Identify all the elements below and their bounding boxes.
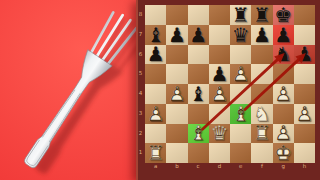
black-knight-g6: ♞: [273, 45, 294, 65]
square-c8: [188, 5, 209, 25]
black-pawn-b7: ♟: [166, 25, 187, 45]
black-rook-e8: ♜: [230, 5, 251, 25]
white-bishop-e3: ♝♗: [230, 104, 251, 124]
white-pawn-g4: ♟♙: [273, 84, 294, 104]
square-e3: ♝♗: [230, 104, 251, 124]
square-d4: ♟♙: [209, 84, 230, 104]
square-e2: [230, 124, 251, 144]
black-pawn-h6: ♟: [294, 45, 315, 65]
white-king-g1: ♚♔: [273, 143, 294, 163]
white-pawn-e5: ♟♙: [230, 64, 251, 84]
square-e8: ♜: [230, 5, 251, 25]
square-b7: ♟: [166, 25, 187, 45]
square-g1: ♚♔: [273, 143, 294, 163]
white-bishop-c2: ♝♗: [188, 124, 209, 144]
square-b3: [166, 104, 187, 124]
square-e1: [230, 143, 251, 163]
file-label-e: e: [230, 164, 251, 171]
black-rook-f8: ♜: [251, 5, 272, 25]
square-e7: ♛: [230, 25, 251, 45]
black-bishop-c4: ♝: [188, 84, 209, 104]
white-pawn-a3: ♟♙: [145, 104, 166, 124]
white-rook-f2: ♜♖: [251, 124, 272, 144]
rank-label-6: 6: [137, 45, 144, 65]
square-b6: [166, 45, 187, 65]
square-h4: [294, 84, 315, 104]
board-grid: ♜♜♚♝♟♟♛♟♟♟♞♟♟♟♙♟♙♝♟♙♟♙♟♙♝♗♞♘♟♙♝♗♛♕♜♖♟♙♜♖…: [145, 5, 315, 163]
white-pawn-h3: ♟♙: [294, 104, 315, 124]
square-c2: ♝♗: [188, 124, 209, 144]
square-d7: [209, 25, 230, 45]
square-f4: [251, 84, 272, 104]
black-pawn-f7: ♟: [251, 25, 272, 45]
black-pawn-c7: ♟: [188, 25, 209, 45]
file-label-a: a: [145, 164, 166, 171]
black-pawn-a6: ♟: [145, 45, 166, 65]
square-f7: ♟: [251, 25, 272, 45]
white-pawn-b4: ♟♙: [166, 84, 187, 104]
square-d2: ♛♕: [209, 124, 230, 144]
square-c1: [188, 143, 209, 163]
rank-label-3: 3: [137, 104, 144, 124]
black-queen-e7: ♛: [230, 25, 251, 45]
square-a8: [145, 5, 166, 25]
square-a1: ♜♖: [145, 143, 166, 163]
square-b4: ♟♙: [166, 84, 187, 104]
square-c7: ♟: [188, 25, 209, 45]
fork-shadow: [28, 16, 150, 180]
square-f2: ♜♖: [251, 124, 272, 144]
square-h2: [294, 124, 315, 144]
square-d8: [209, 5, 230, 25]
file-label-g: g: [273, 164, 294, 171]
rank-label-4: 4: [137, 84, 144, 104]
file-label-c: c: [188, 164, 209, 171]
rank-label-1: 1: [137, 143, 144, 163]
square-f8: ♜: [251, 5, 272, 25]
file-label-f: f: [251, 164, 272, 171]
file-label-b: b: [166, 164, 187, 171]
white-rook-a1: ♜♖: [145, 143, 166, 163]
square-f6: [251, 45, 272, 65]
square-e4: [230, 84, 251, 104]
white-pawn-d4: ♟♙: [209, 84, 230, 104]
rank-label-2: 2: [137, 124, 144, 144]
square-a5: [145, 64, 166, 84]
white-queen-d2: ♛♕: [209, 124, 230, 144]
square-f5: [251, 64, 272, 84]
file-label-d: d: [209, 164, 230, 171]
fork-body: [17, 10, 139, 174]
rank-label-7: 7: [137, 25, 144, 45]
square-h8: [294, 5, 315, 25]
square-b2: [166, 124, 187, 144]
square-h1: [294, 143, 315, 163]
square-h3: ♟♙: [294, 104, 315, 124]
chess-board: ♜♜♚♝♟♟♛♟♟♟♞♟♟♟♙♟♙♝♟♙♟♙♟♙♝♗♞♘♟♙♝♗♛♕♜♖♟♙♜♖…: [136, 0, 320, 180]
square-h5: [294, 64, 315, 84]
square-b8: [166, 5, 187, 25]
square-a6: ♟: [145, 45, 166, 65]
file-label-h: h: [294, 164, 315, 171]
rank-label-8: 8: [137, 5, 144, 25]
square-c6: [188, 45, 209, 65]
square-h6: ♟: [294, 45, 315, 65]
square-c4: ♝: [188, 84, 209, 104]
square-d1: [209, 143, 230, 163]
square-g6: ♞: [273, 45, 294, 65]
square-b1: [166, 143, 187, 163]
rank-label-5: 5: [137, 64, 144, 84]
fork-image: [0, 0, 150, 180]
square-g8: ♚: [273, 5, 294, 25]
thumbnail: ♜♜♚♝♟♟♛♟♟♟♞♟♟♟♙♟♙♝♟♙♟♙♟♙♝♗♞♘♟♙♝♗♛♕♜♖♟♙♜♖…: [0, 0, 320, 180]
black-king-g8: ♚: [273, 5, 294, 25]
square-f1: [251, 143, 272, 163]
square-e5: ♟♙: [230, 64, 251, 84]
square-a4: [145, 84, 166, 104]
square-a3: ♟♙: [145, 104, 166, 124]
square-g4: ♟♙: [273, 84, 294, 104]
